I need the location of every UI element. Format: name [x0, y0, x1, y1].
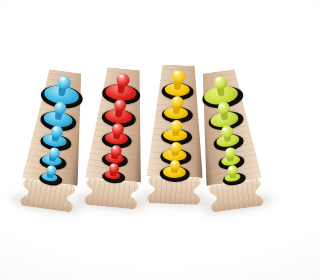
- knob-highlight: [111, 164, 114, 167]
- knob-highlight: [115, 125, 119, 128]
- knob-highlight: [51, 148, 55, 151]
- knob-highlight: [54, 127, 58, 130]
- knob-highlight: [223, 127, 227, 130]
- product-photo: [0, 0, 280, 280]
- knob-highlight: [60, 77, 65, 81]
- knob-highlight: [220, 103, 224, 106]
- knob-highlight: [216, 77, 221, 81]
- knob-highlight: [49, 166, 52, 169]
- knob-highlight: [57, 103, 61, 106]
- cylinder-knob: [224, 146, 236, 158]
- knob-highlight: [175, 71, 179, 74]
- knob-highlight: [173, 143, 177, 146]
- knob-highlight: [229, 167, 232, 170]
- knob-highlight: [174, 97, 178, 100]
- cylinder-knob: [110, 144, 122, 156]
- cylinder-knob: [48, 146, 60, 158]
- knob-highlight: [173, 121, 177, 124]
- knob-highlight: [117, 101, 121, 104]
- cylinder-knob: [170, 141, 181, 152]
- cylinder-knob: [116, 72, 130, 86]
- knob-highlight: [113, 146, 117, 149]
- knob-highlight: [226, 148, 230, 151]
- knob-highlight: [119, 74, 123, 77]
- knob-highlight: [172, 161, 175, 164]
